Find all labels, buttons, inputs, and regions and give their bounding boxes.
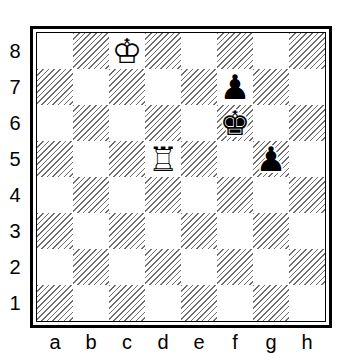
square-g1[interactable] — [253, 285, 289, 321]
file-labels: abcdefgh — [37, 331, 325, 354]
square-c5[interactable] — [109, 141, 145, 177]
square-e4[interactable] — [181, 177, 217, 213]
board-inner: ♔♟♚♖♟ — [36, 32, 326, 322]
square-e1[interactable] — [181, 285, 217, 321]
rank-label-7: 7 — [0, 69, 30, 105]
square-e3[interactable] — [181, 213, 217, 249]
file-label-h: h — [289, 331, 325, 354]
rank-label-1: 1 — [0, 285, 30, 321]
rank-label-5: 5 — [0, 141, 30, 177]
square-c3[interactable] — [109, 213, 145, 249]
square-e7[interactable] — [181, 69, 217, 105]
square-a1[interactable] — [37, 285, 73, 321]
square-d3[interactable] — [145, 213, 181, 249]
square-a3[interactable] — [37, 213, 73, 249]
square-c7[interactable] — [109, 69, 145, 105]
square-e2[interactable] — [181, 249, 217, 285]
square-d2[interactable] — [145, 249, 181, 285]
square-h7[interactable] — [289, 69, 325, 105]
square-f4[interactable] — [217, 177, 253, 213]
square-g5[interactable]: ♟ — [253, 141, 289, 177]
square-h4[interactable] — [289, 177, 325, 213]
square-d7[interactable] — [145, 69, 181, 105]
square-f8[interactable] — [217, 33, 253, 69]
square-a5[interactable] — [37, 141, 73, 177]
file-label-f: f — [217, 331, 253, 354]
file-label-b: b — [73, 331, 109, 354]
square-b7[interactable] — [73, 69, 109, 105]
square-a6[interactable] — [37, 105, 73, 141]
square-b3[interactable] — [73, 213, 109, 249]
file-label-a: a — [37, 331, 73, 354]
rank-label-4: 4 — [0, 177, 30, 213]
file-label-c: c — [109, 331, 145, 354]
square-d6[interactable] — [145, 105, 181, 141]
square-g7[interactable] — [253, 69, 289, 105]
rank-label-2: 2 — [0, 249, 30, 285]
rank-label-6: 6 — [0, 105, 30, 141]
square-f5[interactable] — [217, 141, 253, 177]
file-label-d: d — [145, 331, 181, 354]
black-pawn[interactable]: ♟ — [253, 141, 289, 177]
square-c1[interactable] — [109, 285, 145, 321]
square-b4[interactable] — [73, 177, 109, 213]
square-d4[interactable] — [145, 177, 181, 213]
square-b1[interactable] — [73, 285, 109, 321]
square-e8[interactable] — [181, 33, 217, 69]
square-c6[interactable] — [109, 105, 145, 141]
square-e5[interactable] — [181, 141, 217, 177]
square-h8[interactable] — [289, 33, 325, 69]
square-c2[interactable] — [109, 249, 145, 285]
square-b8[interactable] — [73, 33, 109, 69]
black-pawn[interactable]: ♟ — [217, 69, 253, 105]
square-g3[interactable] — [253, 213, 289, 249]
board-frame: ♔♟♚♖♟ — [30, 26, 332, 328]
square-f7[interactable]: ♟ — [217, 69, 253, 105]
rank-label-3: 3 — [0, 213, 30, 249]
square-b5[interactable] — [73, 141, 109, 177]
square-f6[interactable]: ♚ — [217, 105, 253, 141]
rank-label-8: 8 — [0, 33, 30, 69]
square-b2[interactable] — [73, 249, 109, 285]
square-f1[interactable] — [217, 285, 253, 321]
white-rook[interactable]: ♖ — [145, 141, 181, 177]
square-h5[interactable] — [289, 141, 325, 177]
square-f3[interactable] — [217, 213, 253, 249]
chess-board: ♔♟♚♖♟ — [37, 33, 325, 321]
white-king[interactable]: ♔ — [109, 33, 145, 69]
square-f2[interactable] — [217, 249, 253, 285]
square-h1[interactable] — [289, 285, 325, 321]
file-label-g: g — [253, 331, 289, 354]
square-g2[interactable] — [253, 249, 289, 285]
square-h3[interactable] — [289, 213, 325, 249]
square-d1[interactable] — [145, 285, 181, 321]
square-c4[interactable] — [109, 177, 145, 213]
square-g6[interactable] — [253, 105, 289, 141]
square-g4[interactable] — [253, 177, 289, 213]
square-a4[interactable] — [37, 177, 73, 213]
square-a2[interactable] — [37, 249, 73, 285]
square-a8[interactable] — [37, 33, 73, 69]
file-label-e: e — [181, 331, 217, 354]
square-c8[interactable]: ♔ — [109, 33, 145, 69]
square-h6[interactable] — [289, 105, 325, 141]
black-king[interactable]: ♚ — [217, 105, 253, 141]
rank-labels: 87654321 — [0, 33, 30, 321]
square-g8[interactable] — [253, 33, 289, 69]
square-a7[interactable] — [37, 69, 73, 105]
square-d8[interactable] — [145, 33, 181, 69]
square-b6[interactable] — [73, 105, 109, 141]
square-h2[interactable] — [289, 249, 325, 285]
square-d5[interactable]: ♖ — [145, 141, 181, 177]
square-e6[interactable] — [181, 105, 217, 141]
